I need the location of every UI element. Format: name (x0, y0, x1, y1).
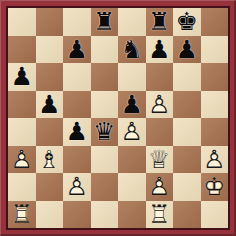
square-e2[interactable] (118, 173, 146, 201)
square-c3[interactable] (63, 146, 91, 174)
piece-black-knight: ♞ (118, 36, 146, 64)
square-e6[interactable] (118, 63, 146, 91)
square-b4[interactable] (36, 118, 64, 146)
piece-white-pawn-fill: ♟ (146, 173, 174, 201)
piece-white-pawn: ♙ (201, 146, 229, 174)
square-g6[interactable] (173, 63, 201, 91)
square-b6[interactable] (36, 63, 64, 91)
square-a3[interactable]: ♟♙ (8, 146, 36, 174)
piece-black-pawn: ♟ (36, 91, 64, 119)
piece-black-pawn: ♟ (173, 36, 201, 64)
piece-white-king-fill: ♚ (201, 173, 229, 201)
piece-white-king: ♔ (201, 173, 229, 201)
square-b5[interactable]: ♟ (36, 91, 64, 119)
square-c1[interactable] (63, 201, 91, 229)
square-h4[interactable] (201, 118, 229, 146)
square-d7[interactable] (91, 36, 119, 64)
square-g1[interactable] (173, 201, 201, 229)
piece-white-rook: ♖ (8, 201, 36, 229)
square-d5[interactable] (91, 91, 119, 119)
square-a6[interactable]: ♟ (8, 63, 36, 91)
piece-black-queen: ♛ (91, 118, 119, 146)
square-c6[interactable] (63, 63, 91, 91)
square-d6[interactable] (91, 63, 119, 91)
square-h1[interactable] (201, 201, 229, 229)
square-c7[interactable]: ♟ (63, 36, 91, 64)
piece-white-pawn-fill: ♟ (8, 146, 36, 174)
square-c4[interactable]: ♟ (63, 118, 91, 146)
square-f5[interactable]: ♟♙ (146, 91, 174, 119)
piece-white-pawn: ♙ (8, 146, 36, 174)
square-b1[interactable] (36, 201, 64, 229)
square-g8[interactable]: ♚ (173, 8, 201, 36)
square-g7[interactable]: ♟ (173, 36, 201, 64)
square-a2[interactable] (8, 173, 36, 201)
square-f1[interactable]: ♜♖ (146, 201, 174, 229)
piece-white-rook-fill: ♜ (146, 201, 174, 229)
piece-white-bishop-fill: ♝ (36, 146, 64, 174)
square-a8[interactable] (8, 8, 36, 36)
board-rim: ♜♜♚♟♞♟♟♟♟♟♟♙♟♛♟♙♟♙♝♗♛♕♟♙♟♙♟♙♚♔♜♖♜♖ (6, 6, 230, 230)
piece-black-rook: ♜ (146, 8, 174, 36)
square-d8[interactable]: ♜ (91, 8, 119, 36)
piece-white-bishop: ♗ (36, 146, 64, 174)
square-g4[interactable] (173, 118, 201, 146)
square-d2[interactable] (91, 173, 119, 201)
piece-black-pawn: ♟ (63, 36, 91, 64)
piece-black-pawn: ♟ (63, 118, 91, 146)
piece-black-pawn: ♟ (8, 63, 36, 91)
square-f4[interactable] (146, 118, 174, 146)
square-e5[interactable]: ♟ (118, 91, 146, 119)
board-frame: ♜♜♚♟♞♟♟♟♟♟♟♙♟♛♟♙♟♙♝♗♛♕♟♙♟♙♟♙♚♔♜♖♜♖ (0, 0, 236, 236)
square-g5[interactable] (173, 91, 201, 119)
piece-white-pawn-fill: ♟ (146, 91, 174, 119)
square-c5[interactable] (63, 91, 91, 119)
piece-black-pawn: ♟ (118, 91, 146, 119)
piece-white-queen: ♕ (146, 146, 174, 174)
square-f7[interactable]: ♟ (146, 36, 174, 64)
piece-white-rook-fill: ♜ (8, 201, 36, 229)
square-e4[interactable]: ♟♙ (118, 118, 146, 146)
square-f8[interactable]: ♜ (146, 8, 174, 36)
square-d1[interactable] (91, 201, 119, 229)
square-a4[interactable] (8, 118, 36, 146)
square-h3[interactable]: ♟♙ (201, 146, 229, 174)
piece-white-pawn-fill: ♟ (63, 173, 91, 201)
piece-white-pawn: ♙ (118, 118, 146, 146)
square-h6[interactable] (201, 63, 229, 91)
square-d3[interactable] (91, 146, 119, 174)
square-b3[interactable]: ♝♗ (36, 146, 64, 174)
square-a1[interactable]: ♜♖ (8, 201, 36, 229)
square-b7[interactable] (36, 36, 64, 64)
piece-white-queen-fill: ♛ (146, 146, 174, 174)
piece-black-king: ♚ (173, 8, 201, 36)
square-b2[interactable] (36, 173, 64, 201)
piece-white-pawn: ♙ (63, 173, 91, 201)
piece-black-rook: ♜ (91, 8, 119, 36)
piece-white-rook: ♖ (146, 201, 174, 229)
square-h8[interactable] (201, 8, 229, 36)
square-f3[interactable]: ♛♕ (146, 146, 174, 174)
square-b8[interactable] (36, 8, 64, 36)
square-e8[interactable] (118, 8, 146, 36)
square-g2[interactable] (173, 173, 201, 201)
square-d4[interactable]: ♛ (91, 118, 119, 146)
piece-black-pawn: ♟ (146, 36, 174, 64)
square-c8[interactable] (63, 8, 91, 36)
chess-board: ♜♜♚♟♞♟♟♟♟♟♟♙♟♛♟♙♟♙♝♗♛♕♟♙♟♙♟♙♚♔♜♖♜♖ (8, 8, 228, 228)
square-a5[interactable] (8, 91, 36, 119)
square-h2[interactable]: ♚♔ (201, 173, 229, 201)
square-h5[interactable] (201, 91, 229, 119)
square-e7[interactable]: ♞ (118, 36, 146, 64)
square-f2[interactable]: ♟♙ (146, 173, 174, 201)
piece-white-pawn-fill: ♟ (118, 118, 146, 146)
square-e1[interactable] (118, 201, 146, 229)
piece-white-pawn: ♙ (146, 91, 174, 119)
square-h7[interactable] (201, 36, 229, 64)
square-f6[interactable] (146, 63, 174, 91)
square-e3[interactable] (118, 146, 146, 174)
piece-white-pawn-fill: ♟ (201, 146, 229, 174)
square-g3[interactable] (173, 146, 201, 174)
square-c2[interactable]: ♟♙ (63, 173, 91, 201)
square-a7[interactable] (8, 36, 36, 64)
piece-white-pawn: ♙ (146, 173, 174, 201)
